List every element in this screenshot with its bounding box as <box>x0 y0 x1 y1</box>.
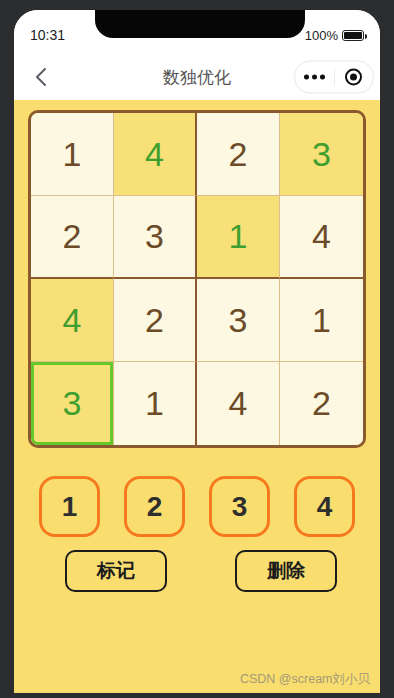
phone-frame: 10:31 100% 数独优化 1 <box>0 0 394 698</box>
cell-r1c3[interactable]: 2 <box>197 113 280 196</box>
cell-r1c2[interactable]: 4 <box>114 113 197 196</box>
status-time: 10:31 <box>30 27 65 43</box>
keypad-button-3[interactable]: 3 <box>209 476 270 537</box>
cell-r3c1[interactable]: 4 <box>31 279 114 362</box>
cell-r3c2[interactable]: 2 <box>114 279 197 362</box>
action-row: 标记 删除 <box>14 550 380 592</box>
cell-r4c2[interactable]: 1 <box>114 362 197 445</box>
cell-r3c4[interactable]: 1 <box>280 279 363 362</box>
cell-r1c4[interactable]: 3 <box>280 113 363 196</box>
cell-r1c1[interactable]: 1 <box>31 113 114 196</box>
cell-r2c3[interactable]: 1 <box>197 196 280 279</box>
cell-r4c4[interactable]: 2 <box>280 362 363 445</box>
phone-screen: 10:31 100% 数独优化 1 <box>14 10 380 693</box>
sudoku-board: 1 4 2 3 2 3 1 4 4 2 3 1 3 1 4 2 <box>28 110 366 448</box>
cell-r4c3[interactable]: 4 <box>197 362 280 445</box>
miniprogram-capsule <box>294 61 374 94</box>
keypad-button-2[interactable]: 2 <box>124 476 185 537</box>
battery-indicator: 100% <box>305 28 364 43</box>
battery-percent: 100% <box>305 28 338 43</box>
game-content: 1 4 2 3 2 3 1 4 4 2 3 1 3 1 4 2 1 2 3 <box>14 100 380 693</box>
back-chevron-icon <box>35 67 47 87</box>
phone-notch <box>95 10 305 38</box>
cell-r2c2[interactable]: 3 <box>114 196 197 279</box>
exit-button[interactable] <box>335 62 374 93</box>
battery-icon <box>342 30 364 41</box>
number-keypad: 1 2 3 4 <box>14 476 380 537</box>
keypad-button-1[interactable]: 1 <box>39 476 100 537</box>
more-button[interactable] <box>295 62 334 93</box>
back-button[interactable] <box>28 62 54 92</box>
cell-r4c1[interactable]: 3 <box>31 362 114 445</box>
cell-r2c4[interactable]: 4 <box>280 196 363 279</box>
keypad-button-4[interactable]: 4 <box>294 476 355 537</box>
watermark: CSDN @scream刘小贝 <box>240 671 370 688</box>
mark-button[interactable]: 标记 <box>65 550 167 592</box>
cell-r3c3[interactable]: 3 <box>197 279 280 362</box>
exit-circle-icon <box>345 69 362 86</box>
cell-r2c1[interactable]: 2 <box>31 196 114 279</box>
more-dots-icon <box>304 74 325 80</box>
nav-bar: 数独优化 <box>14 54 380 100</box>
delete-button[interactable]: 删除 <box>235 550 337 592</box>
